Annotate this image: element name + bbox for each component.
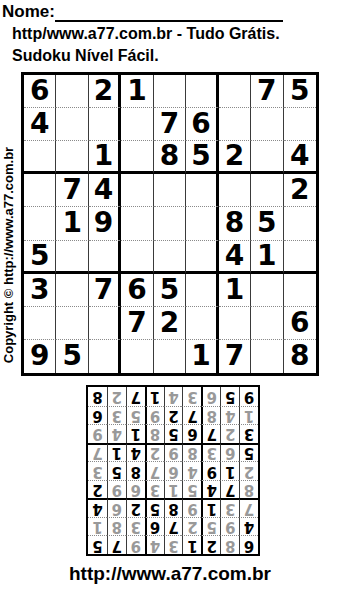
cell-r8c3 [89,307,121,340]
cell-r8c1 [24,307,56,340]
cell-r4c5: 1 [164,480,183,499]
cell-r1c8: 7 [251,75,283,108]
cell-r8c3: 8 [201,406,220,425]
cell-r1c7: 9 [126,535,145,554]
cell-r2c7 [219,108,251,141]
cell-r7c2 [56,274,88,307]
cell-r3c3: 1 [201,498,220,517]
cell-r9c6: 1 [145,387,164,406]
cell-r7c6 [186,274,218,307]
puzzle-level-title: Sudoku Nível Fácil. [12,47,159,65]
cell-r4c8 [251,174,283,207]
cell-r9c1: 9 [239,387,258,406]
cell-r2c7: 3 [126,517,145,536]
cell-r7c4: 6 [182,424,201,443]
cell-r7c7: 1 [126,424,145,443]
cell-r6c6: 2 [145,443,164,462]
cell-r9c1: 9 [24,340,56,373]
cell-r1c6 [186,75,218,108]
cell-r5c9 [284,207,316,240]
cell-r2c2 [56,108,88,141]
name-label: Nome: [2,2,55,21]
cell-r6c6 [186,241,218,274]
footer-url: http://www.a77.com.br [0,563,340,585]
cell-r4c2: 7 [56,174,88,207]
name-blank-line [55,5,283,22]
cell-r1c1: 6 [239,535,258,554]
cell-r3c9: 4 [284,141,316,174]
cell-r6c3: 3 [201,443,220,462]
cell-r5c8: 5 [107,461,126,480]
cell-r3c2 [56,141,88,174]
cell-r7c5: 5 [154,274,186,307]
cell-r9c5: 4 [164,387,183,406]
cell-r1c7 [219,75,251,108]
cell-r4c7: 6 [126,480,145,499]
cell-r8c1: 1 [239,406,258,425]
cell-r7c9 [284,274,316,307]
cell-r9c9: 8 [88,387,107,406]
cell-r3c5: 8 [164,498,183,517]
cell-r2c1: 4 [24,108,56,141]
cell-r6c9 [284,241,316,274]
cell-r9c7: 7 [126,387,145,406]
cell-r4c2: 7 [220,480,239,499]
sudoku-worksheet-page: Nome: http/www.a77.com.br - Tudo Grátis.… [0,0,340,596]
cell-r3c4: 9 [182,498,201,517]
cell-r7c3: 7 [89,274,121,307]
cell-r6c4 [121,241,153,274]
cell-r2c5: 7 [164,517,183,536]
cell-r8c8: 3 [107,406,126,425]
cell-r7c8 [251,274,283,307]
cell-r2c4 [121,108,153,141]
cell-r7c4: 6 [121,274,153,307]
cell-r3c8 [251,141,283,174]
cell-r5c1: 2 [239,461,258,480]
cell-r2c6: 6 [186,108,218,141]
cell-r5c5 [154,207,186,240]
cell-r1c4: 1 [121,75,153,108]
cell-r1c6: 4 [145,535,164,554]
cell-r9c9: 8 [284,340,316,373]
cell-r4c4 [121,174,153,207]
cell-r9c3 [89,340,121,373]
cell-r9c4 [121,340,153,373]
cell-r4c9: 2 [88,480,107,499]
cell-r5c3: 9 [201,461,220,480]
cell-r5c2: 1 [220,461,239,480]
cell-r8c6 [186,307,218,340]
site-header-text: http/www.a77.com.br - Tudo Grátis. [12,25,280,43]
cell-r5c6: 7 [145,461,164,480]
cell-r9c8: 2 [107,387,126,406]
cell-r2c8 [251,108,283,141]
cell-r8c7 [219,307,251,340]
cell-r4c6: 3 [145,480,164,499]
cell-r2c1: 4 [239,517,258,536]
cell-r3c7: 2 [126,498,145,517]
cell-r7c5: 5 [164,424,183,443]
cell-r6c1: 5 [24,241,56,274]
cell-r5c9: 3 [88,461,107,480]
cell-r6c7: 4 [219,241,251,274]
cell-r3c2: 3 [220,498,239,517]
cell-r3c9: 4 [88,498,107,517]
cell-r9c5 [154,340,186,373]
cell-r3c5: 8 [154,141,186,174]
cell-r7c1: 3 [24,274,56,307]
cell-r2c4: 2 [182,517,201,536]
cell-r5c8: 5 [251,207,283,240]
cell-r3c4 [121,141,153,174]
cell-r3c3: 1 [89,141,121,174]
cell-r6c5: 9 [164,443,183,462]
cell-r8c5: 2 [164,406,183,425]
cell-r4c7 [219,174,251,207]
cell-r4c1: 8 [239,480,258,499]
cell-r4c8: 9 [107,480,126,499]
cell-r1c2 [56,75,88,108]
cell-r9c3: 6 [201,387,220,406]
cell-r8c7: 5 [126,406,145,425]
cell-r2c2: 9 [220,517,239,536]
cell-r5c7: 8 [126,461,145,480]
cell-r3c1: 7 [239,498,258,517]
cell-r8c5: 2 [154,307,186,340]
cell-r3c6: 5 [145,498,164,517]
cell-r8c2 [56,307,88,340]
cell-r5c4 [121,207,153,240]
cell-r7c3: 7 [201,424,220,443]
cell-r3c1 [24,141,56,174]
cell-r4c9: 2 [284,174,316,207]
cell-r8c9: 6 [88,406,107,425]
cell-r6c5 [154,241,186,274]
cell-r2c3 [89,108,121,141]
cell-r1c4: 1 [182,535,201,554]
cell-r7c6: 8 [145,424,164,443]
name-row: Nome: [2,2,338,22]
cell-r4c6 [186,174,218,207]
copyright-vertical-text: Copyright © http://www.a77.com.br [1,77,18,433]
cell-r2c6: 6 [145,517,164,536]
cell-r8c6: 9 [145,406,164,425]
cell-r1c9: 5 [284,75,316,108]
cell-r7c9: 9 [88,424,107,443]
cell-r7c1: 3 [239,424,258,443]
cell-r8c4: 7 [121,307,153,340]
cell-r7c2: 2 [220,424,239,443]
cell-r8c2: 4 [220,406,239,425]
sudoku-puzzle-grid: 621754761852474219855413765172695178 [21,72,319,376]
cell-r4c4: 5 [182,480,201,499]
cell-r5c3: 9 [89,207,121,240]
cell-r6c8: 1 [107,443,126,462]
cell-r2c9 [284,108,316,141]
cell-r4c3: 4 [89,174,121,207]
cell-r1c1: 6 [24,75,56,108]
cell-r6c2: 6 [220,443,239,462]
cell-r6c9: 7 [88,443,107,462]
cell-r5c7: 8 [219,207,251,240]
cell-r5c1 [24,207,56,240]
sudoku-solution-grid-rotated: 6821349754952763817319852648745136922194… [86,385,260,556]
cell-r1c2: 8 [220,535,239,554]
cell-r9c4: 3 [182,387,201,406]
cell-r9c6: 1 [186,340,218,373]
cell-r4c5 [154,174,186,207]
cell-r6c4: 8 [182,443,201,462]
cell-r3c7: 2 [219,141,251,174]
cell-r5c2: 1 [56,207,88,240]
cell-r4c3: 4 [201,480,220,499]
cell-r2c3: 5 [201,517,220,536]
cell-r9c8 [251,340,283,373]
cell-r8c8 [251,307,283,340]
cell-r3c6: 5 [186,141,218,174]
cell-r2c9: 1 [88,517,107,536]
cell-r1c5 [154,75,186,108]
cell-r5c6 [186,207,218,240]
cell-r6c2 [56,241,88,274]
cell-r8c4: 7 [182,406,201,425]
cell-r5c5: 6 [164,461,183,480]
cell-r1c9: 5 [88,535,107,554]
cell-r9c2: 5 [220,387,239,406]
cell-r6c7: 4 [126,443,145,462]
cell-r9c2: 5 [56,340,88,373]
cell-r1c5: 3 [164,535,183,554]
cell-r1c3: 2 [89,75,121,108]
cell-r5c4: 4 [182,461,201,480]
cell-r2c5: 7 [154,108,186,141]
cell-r6c1: 5 [239,443,258,462]
cell-r3c8: 6 [107,498,126,517]
cell-r6c8: 1 [251,241,283,274]
cell-r7c8: 4 [107,424,126,443]
cell-r6c3 [89,241,121,274]
cell-r4c1 [24,174,56,207]
cell-r8c9: 6 [284,307,316,340]
cell-r1c3: 2 [201,535,220,554]
cell-r2c8: 8 [107,517,126,536]
cell-r7c7: 1 [219,274,251,307]
cell-r1c8: 7 [107,535,126,554]
cell-r9c7: 7 [219,340,251,373]
